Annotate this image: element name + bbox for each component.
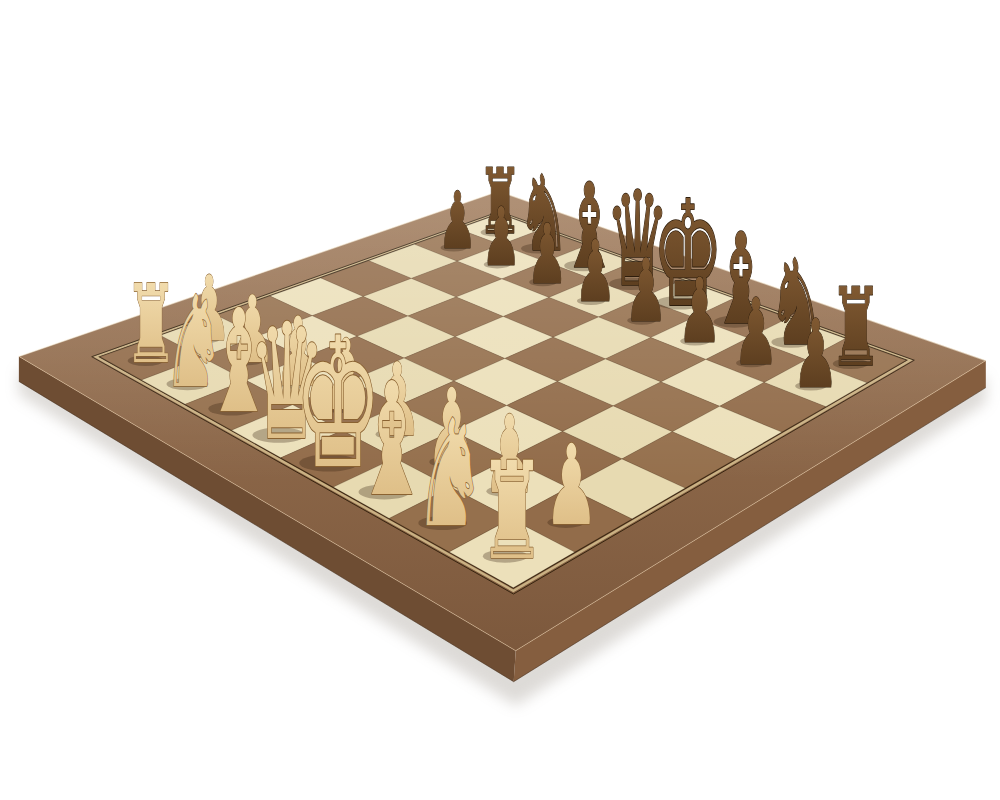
piece-black-pawn-b7[interactable]: ♟ (481, 190, 521, 284)
piece-black-pawn-c7[interactable]: ♟ (527, 206, 568, 303)
piece-black-pawn-g7[interactable]: ♟ (733, 278, 778, 386)
piece-black-pawn-a7[interactable]: ♟ (438, 175, 477, 267)
piece-white-pawn-h2[interactable]: ♟ (544, 421, 599, 550)
chessboard-3d-photo: ♜♞♝♛♚♝♞♜♟♟♟♟♟♟♟♟♟♟♟♟♟♟♟♟♜♞♝♛♚♝♞♜ (0, 0, 1000, 800)
photo-backdrop: ♜♞♝♛♚♝♞♜♟♟♟♟♟♟♟♟♟♟♟♟♟♟♟♟♜♞♝♛♚♝♞♜ (0, 0, 1000, 800)
piece-white-knight-g1[interactable]: ♞ (414, 388, 487, 560)
piece-black-pawn-e7[interactable]: ♟ (624, 241, 667, 343)
piece-black-pawn-h7[interactable]: ♟ (792, 299, 839, 409)
piece-black-pawn-d7[interactable]: ♟ (574, 222, 616, 321)
piece-black-pawn-f7[interactable]: ♟ (677, 259, 721, 363)
piece-white-rook-h1[interactable]: ♜ (479, 433, 546, 590)
